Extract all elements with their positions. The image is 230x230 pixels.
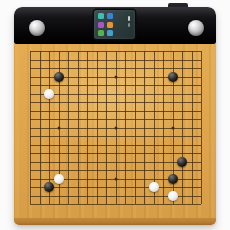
white-stone xyxy=(149,182,159,192)
right-speaker-knob xyxy=(188,20,204,36)
star-point xyxy=(115,127,118,130)
teal-app-icon[interactable] xyxy=(98,13,104,19)
black-stone xyxy=(54,72,64,82)
white-stone xyxy=(54,174,64,184)
grid-line-vertical xyxy=(125,51,126,204)
blue-app-icon[interactable] xyxy=(107,13,113,19)
app-icon-grid xyxy=(98,13,114,36)
star-point xyxy=(58,127,61,130)
grid-line-horizontal xyxy=(30,170,201,171)
star-point xyxy=(115,178,118,181)
board-front-edge xyxy=(14,218,216,225)
screen-status-text xyxy=(128,16,130,21)
grid-line-vertical xyxy=(163,51,164,204)
grid-line-horizontal xyxy=(30,204,201,205)
grid-line-vertical xyxy=(135,51,136,204)
black-stone xyxy=(168,72,178,82)
grid-line-horizontal xyxy=(30,162,201,163)
grid-line-vertical xyxy=(192,51,193,204)
white-stone xyxy=(168,191,178,201)
grid-line-vertical xyxy=(201,51,202,204)
smart-go-board xyxy=(14,7,216,225)
star-point xyxy=(172,127,175,130)
grid-line-vertical xyxy=(182,51,183,204)
grid-line-horizontal xyxy=(30,145,201,146)
grid-line-horizontal xyxy=(30,153,201,154)
black-stone xyxy=(44,182,54,192)
green-app-icon[interactable] xyxy=(98,30,104,36)
touch-screen[interactable] xyxy=(94,10,135,39)
product-photo xyxy=(0,0,230,230)
control-bar xyxy=(14,7,216,44)
grid-line-horizontal xyxy=(30,187,201,188)
black-stone xyxy=(168,174,178,184)
go-grid-19x19 xyxy=(30,51,201,204)
screen-status-text xyxy=(128,23,130,27)
purple-app-icon[interactable] xyxy=(98,22,104,28)
go-board[interactable] xyxy=(14,44,216,225)
black-stone xyxy=(177,157,187,167)
cyan-app-icon[interactable] xyxy=(107,30,113,36)
grid-line-vertical xyxy=(144,51,145,204)
star-point xyxy=(115,76,118,79)
white-stone xyxy=(44,89,54,99)
orange-app-icon[interactable] xyxy=(107,22,113,28)
grid-line-horizontal xyxy=(30,136,201,137)
left-speaker-knob xyxy=(29,20,45,36)
